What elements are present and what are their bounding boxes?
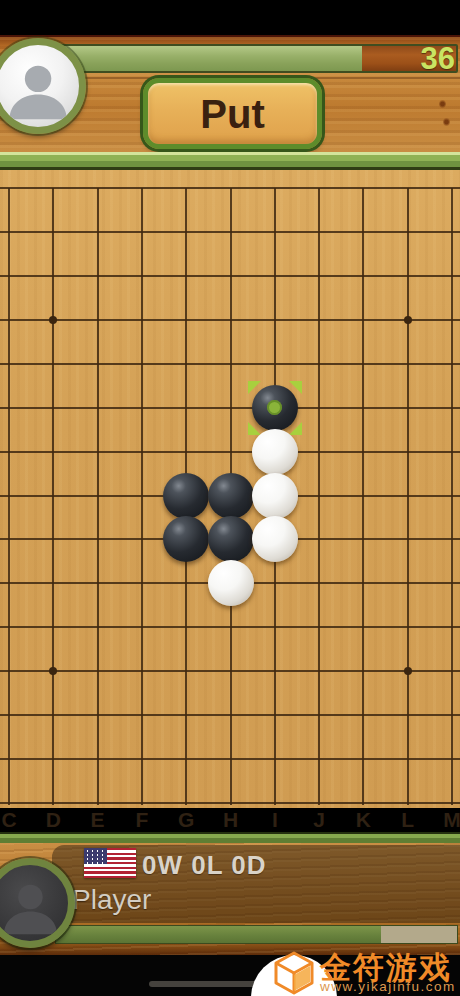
grid-line-horizontal	[0, 187, 460, 189]
opponent-time-bar: 36	[55, 44, 458, 73]
person-silhouette-icon	[2, 53, 74, 125]
grid-line-horizontal	[0, 670, 460, 672]
app-screen: 36 Put CDEFGHIJKLM 0W 0L 0D Player	[0, 0, 460, 996]
wood-knot	[443, 117, 450, 127]
put-button[interactable]: Put	[143, 78, 322, 149]
column-label-C: C	[0, 808, 24, 832]
grid-line-vertical	[407, 188, 409, 805]
board-edge-top	[0, 152, 460, 170]
grid-line-vertical	[8, 188, 10, 805]
watermark-url: www.yikajinfu.com	[320, 979, 456, 994]
marker-center-dot	[267, 400, 282, 415]
marker-corner	[289, 381, 302, 394]
grid-line-horizontal	[0, 626, 460, 628]
stone-white-I8	[252, 473, 298, 519]
star-point-D4	[49, 316, 57, 324]
timer-value: 36	[421, 41, 455, 77]
column-label-K: K	[348, 808, 378, 832]
stone-white-H10	[208, 560, 254, 606]
grid-line-horizontal	[0, 714, 460, 716]
player-time-bar	[55, 925, 458, 944]
home-indicator[interactable]	[149, 981, 259, 987]
column-label-J: J	[304, 808, 334, 832]
time-bar-fill	[57, 46, 362, 71]
grid-line-horizontal	[0, 451, 460, 453]
column-label-F: F	[127, 808, 157, 832]
stone-black-H8	[208, 473, 254, 519]
grid-line-horizontal	[0, 758, 460, 760]
last-move-marker	[248, 381, 302, 435]
player-name: Player	[72, 884, 151, 916]
grid-line-horizontal	[0, 363, 460, 365]
column-label-E: E	[83, 808, 113, 832]
stone-black-G8	[163, 473, 209, 519]
column-label-G: G	[171, 808, 201, 832]
column-label-I: I	[260, 808, 290, 832]
marker-corner	[248, 422, 261, 435]
stone-white-I7	[252, 429, 298, 475]
person-silhouette-icon	[0, 873, 63, 940]
marker-corner	[289, 422, 302, 435]
goban-board[interactable]	[0, 170, 460, 808]
orange-cube-icon	[270, 949, 318, 996]
grid-line-horizontal	[0, 802, 460, 804]
grid-line-horizontal	[0, 231, 460, 233]
player-record: 0W 0L 0D	[142, 850, 267, 881]
grid-line-vertical	[97, 188, 99, 805]
put-button-label: Put	[200, 94, 264, 134]
grid-line-horizontal	[0, 407, 460, 409]
star-point-L4	[404, 316, 412, 324]
column-labels: CDEFGHIJKLM	[0, 808, 460, 832]
stone-black-H9	[208, 516, 254, 562]
star-point-D12	[49, 667, 57, 675]
grid-line-vertical	[318, 188, 320, 805]
us-flag-icon	[84, 848, 136, 878]
column-label-L: L	[393, 808, 423, 832]
column-label-M: M	[437, 808, 460, 832]
flag-canton	[84, 848, 107, 864]
grid-line-vertical	[52, 188, 54, 805]
grid-line-vertical	[362, 188, 364, 805]
grid-line-horizontal	[0, 275, 460, 277]
player-time-bar-fill	[56, 926, 381, 943]
marker-corner	[248, 381, 261, 394]
bottom-black-area: 金符游戏 www.yikajinfu.com	[0, 955, 460, 996]
board-edge-bottom	[0, 832, 460, 843]
grid-line-horizontal	[0, 319, 460, 321]
grid-line-vertical	[141, 188, 143, 805]
stone-white-I9	[252, 516, 298, 562]
star-point-L12	[404, 667, 412, 675]
column-label-D: D	[38, 808, 68, 832]
column-label-H: H	[216, 808, 246, 832]
status-bar-area	[0, 0, 460, 35]
grid-line-vertical	[451, 188, 453, 805]
wood-knot	[439, 99, 446, 109]
stone-black-G9	[163, 516, 209, 562]
